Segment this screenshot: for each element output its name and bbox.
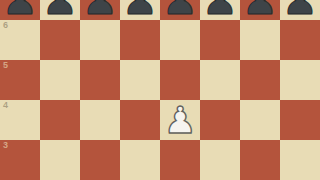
rank-label-5: 5 [3, 61, 8, 70]
square-e3[interactable] [160, 140, 200, 180]
square-f6[interactable] [200, 20, 240, 60]
square-d5[interactable] [120, 60, 160, 100]
square-a6[interactable]: 6 [0, 20, 40, 60]
white-pawn[interactable]: ♟ [163, 102, 196, 139]
square-d4[interactable] [120, 100, 160, 140]
square-c7[interactable]: ♟ [80, 0, 120, 20]
square-b5[interactable] [40, 60, 80, 100]
chessboard: ♟♟♟♟♟♟♟♟654♟3 [0, 0, 320, 180]
square-b3[interactable] [40, 140, 80, 180]
square-e4[interactable]: ♟ [160, 100, 200, 140]
square-b4[interactable] [40, 100, 80, 140]
square-g5[interactable] [240, 60, 280, 100]
square-e7[interactable]: ♟ [160, 0, 200, 20]
square-a7[interactable]: ♟ [0, 0, 40, 20]
black-pawn[interactable]: ♟ [42, 0, 78, 20]
rank-label-6: 6 [3, 21, 8, 30]
square-f4[interactable] [200, 100, 240, 140]
square-d3[interactable] [120, 140, 160, 180]
square-b7[interactable]: ♟ [40, 0, 80, 20]
square-a4[interactable]: 4 [0, 100, 40, 140]
square-h6[interactable] [280, 20, 320, 60]
square-g4[interactable] [240, 100, 280, 140]
black-pawn[interactable]: ♟ [2, 0, 38, 20]
square-e5[interactable] [160, 60, 200, 100]
square-d6[interactable] [120, 20, 160, 60]
square-f7[interactable]: ♟ [200, 0, 240, 20]
square-g3[interactable] [240, 140, 280, 180]
rank-label-4: 4 [3, 101, 8, 110]
square-a5[interactable]: 5 [0, 60, 40, 100]
black-pawn[interactable]: ♟ [82, 0, 118, 20]
black-pawn[interactable]: ♟ [242, 0, 278, 20]
square-a3[interactable]: 3 [0, 140, 40, 180]
square-b6[interactable] [40, 20, 80, 60]
rank-label-3: 3 [3, 141, 8, 150]
square-h7[interactable]: ♟ [280, 0, 320, 20]
square-h5[interactable] [280, 60, 320, 100]
square-e6[interactable] [160, 20, 200, 60]
square-c5[interactable] [80, 60, 120, 100]
square-c6[interactable] [80, 20, 120, 60]
black-pawn[interactable]: ♟ [162, 0, 198, 20]
square-f5[interactable] [200, 60, 240, 100]
square-d7[interactable]: ♟ [120, 0, 160, 20]
black-pawn[interactable]: ♟ [202, 0, 238, 20]
square-h4[interactable] [280, 100, 320, 140]
black-pawn[interactable]: ♟ [122, 0, 158, 20]
square-g7[interactable]: ♟ [240, 0, 280, 20]
square-c4[interactable] [80, 100, 120, 140]
square-c3[interactable] [80, 140, 120, 180]
chessboard-viewport: ♟♟♟♟♟♟♟♟654♟3 [0, 0, 320, 180]
square-f3[interactable] [200, 140, 240, 180]
black-pawn[interactable]: ♟ [282, 0, 318, 20]
square-g6[interactable] [240, 20, 280, 60]
square-h3[interactable] [280, 140, 320, 180]
